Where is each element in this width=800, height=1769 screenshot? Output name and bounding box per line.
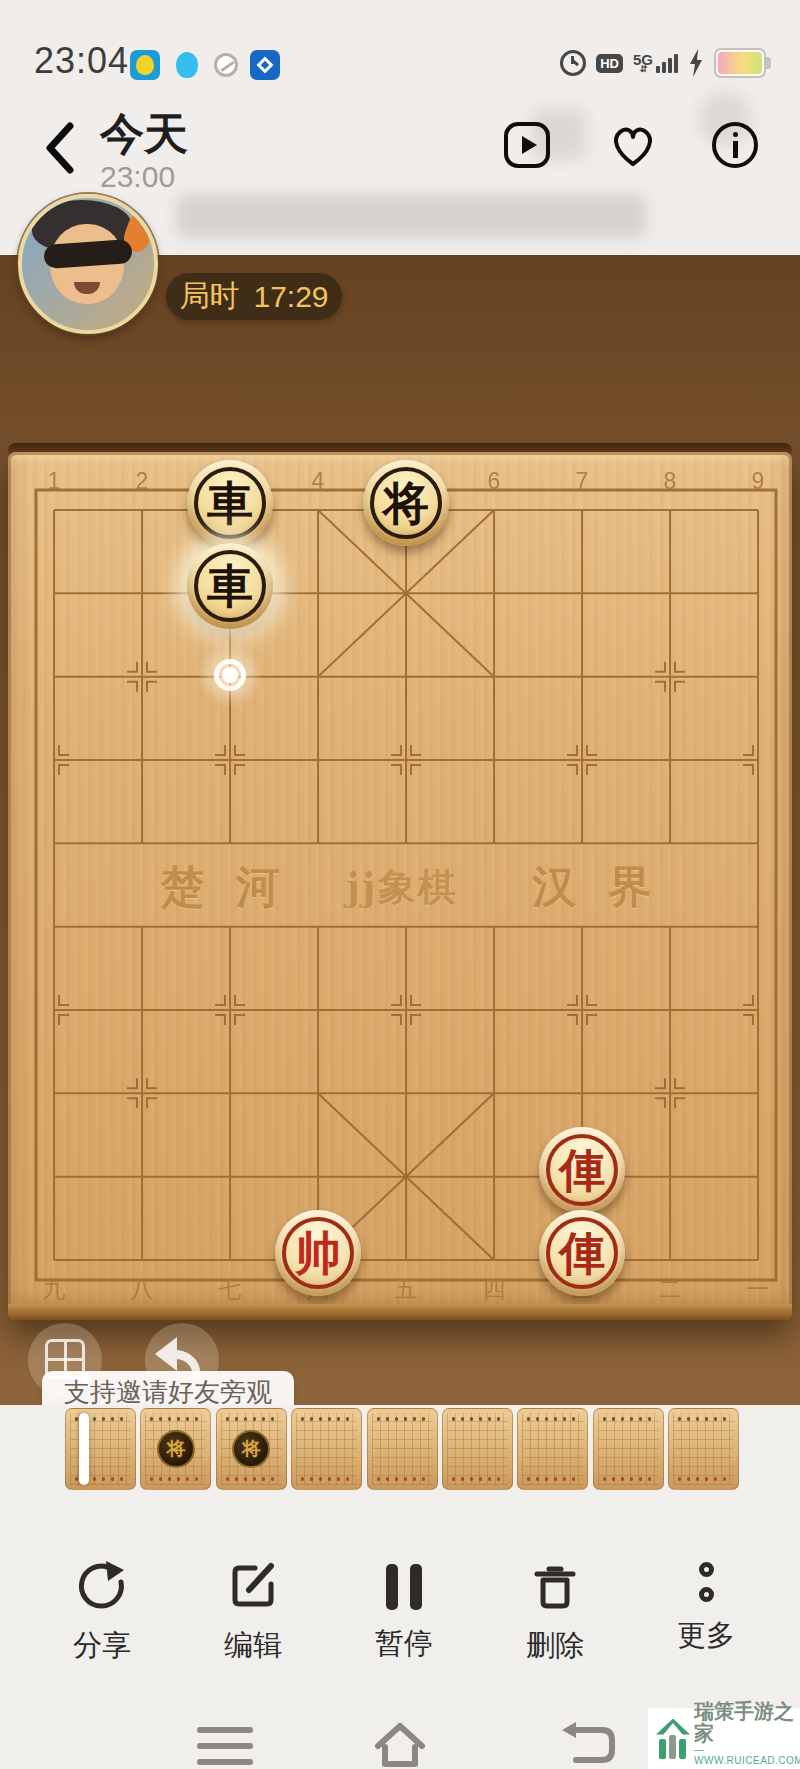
more-icon bbox=[699, 1562, 714, 1602]
status-time: 23:04 bbox=[34, 40, 129, 82]
piece-glyph: 帅 bbox=[295, 1230, 341, 1276]
penguin-app-icon bbox=[172, 50, 202, 80]
home-button[interactable] bbox=[370, 1720, 430, 1769]
info-button[interactable] bbox=[712, 122, 762, 172]
file-label-bottom-8: 八 bbox=[131, 1274, 154, 1305]
file-label-bottom-2: 二 bbox=[659, 1274, 682, 1305]
page-title: 今天 bbox=[100, 110, 188, 158]
clock-label: 局时 bbox=[179, 276, 239, 317]
file-label-bottom-9: 九 bbox=[43, 1274, 66, 1305]
file-label-bottom-1: 一 bbox=[747, 1274, 770, 1305]
play-icon bbox=[504, 122, 550, 168]
file-label-bottom-4: 四 bbox=[483, 1274, 506, 1305]
filmstrip-scrubber[interactable] bbox=[79, 1413, 89, 1485]
diamond-app-icon bbox=[250, 50, 280, 80]
signal-icon: 5G⇵ bbox=[633, 53, 678, 73]
delete-button[interactable]: 删除 bbox=[480, 1560, 630, 1670]
check-stamp: 将 bbox=[232, 1430, 270, 1468]
piece-glyph: 車 bbox=[207, 563, 253, 609]
back-button[interactable] bbox=[40, 120, 80, 176]
red-piece-帅[interactable]: 帅 bbox=[275, 1210, 361, 1296]
circle-app-icon bbox=[214, 53, 238, 77]
piece-glyph: 俥 bbox=[559, 1230, 605, 1276]
last-move-origin-marker bbox=[222, 667, 238, 683]
blurred-overlay-text bbox=[176, 194, 646, 238]
replay-thumbnail-7[interactable] bbox=[517, 1408, 588, 1490]
replay-thumbnail-9[interactable] bbox=[668, 1408, 739, 1490]
screen: 23:04 HD 5G⇵ 今天 23:00 bbox=[0, 0, 800, 1769]
favorite-button[interactable] bbox=[608, 122, 658, 172]
file-label-top-1: 1 bbox=[48, 468, 61, 495]
battery-icon bbox=[714, 48, 766, 78]
river-text-brand: jj象棋 bbox=[346, 862, 458, 913]
clock-time: 17:29 bbox=[253, 280, 328, 314]
black-piece-車[interactable]: 車 bbox=[187, 543, 273, 629]
replay-thumbnail-4[interactable] bbox=[291, 1408, 362, 1490]
site-watermark: 瑞策手游之家 —WWW.RUICEAD.COM— bbox=[648, 1708, 800, 1769]
file-label-bottom-7: 七 bbox=[219, 1274, 242, 1305]
replay-thumbnail-5[interactable] bbox=[367, 1408, 438, 1490]
red-piece-俥[interactable]: 俥 bbox=[539, 1127, 625, 1213]
replay-thumbnail-8[interactable] bbox=[593, 1408, 664, 1490]
recent-apps-button[interactable] bbox=[197, 1727, 253, 1765]
page-subtitle: 23:00 bbox=[100, 160, 188, 194]
check-stamp: 将 bbox=[157, 1430, 195, 1468]
system-back-button[interactable] bbox=[556, 1722, 618, 1768]
pause-icon bbox=[386, 1564, 422, 1610]
file-label-top-7: 7 bbox=[576, 468, 589, 495]
file-label-bottom-5: 五 bbox=[395, 1274, 418, 1305]
piece-glyph: 車 bbox=[207, 480, 253, 526]
share-button[interactable]: 分享 bbox=[27, 1560, 177, 1670]
game-clock: 局时 17:29 bbox=[166, 273, 342, 320]
bird-app-icon bbox=[130, 50, 160, 80]
watermark-house-icon bbox=[654, 1717, 694, 1761]
piece-glyph: 将 bbox=[383, 480, 429, 526]
status-icons: HD 5G⇵ bbox=[560, 48, 766, 78]
file-label-top-9: 9 bbox=[752, 468, 765, 495]
file-label-top-8: 8 bbox=[664, 468, 677, 495]
heart-icon bbox=[608, 122, 658, 170]
info-icon bbox=[712, 122, 758, 168]
replay-thumbnail-2[interactable]: 将 bbox=[140, 1408, 211, 1490]
file-label-top-4: 4 bbox=[312, 468, 325, 495]
xiangqi-board[interactable]: 123456789 九八七六五四三二一 楚 河 jj象棋 汉 界 車車将帅俥俥 bbox=[8, 452, 792, 1320]
replay-thumbnail-3[interactable]: 将 bbox=[216, 1408, 287, 1490]
alarm-icon bbox=[560, 50, 586, 76]
avatar[interactable] bbox=[18, 194, 158, 334]
edit-icon bbox=[227, 1560, 279, 1612]
charging-icon bbox=[688, 49, 704, 77]
edit-button[interactable]: 编辑 bbox=[178, 1560, 328, 1670]
black-piece-将[interactable]: 将 bbox=[363, 460, 449, 546]
river-text-right: 汉 界 bbox=[532, 858, 659, 917]
file-label-top-2: 2 bbox=[136, 468, 149, 495]
red-piece-俥[interactable]: 俥 bbox=[539, 1210, 625, 1296]
pause-button[interactable]: 暂停 bbox=[329, 1560, 479, 1670]
replay-thumbnail-1[interactable] bbox=[65, 1408, 136, 1490]
black-piece-車[interactable]: 車 bbox=[187, 460, 273, 546]
hd-icon: HD bbox=[596, 54, 623, 73]
bottom-file-labels: 九八七六五四三二一 bbox=[8, 1274, 792, 1302]
notification-icons bbox=[130, 50, 280, 80]
replay-thumbnail-6[interactable] bbox=[442, 1408, 513, 1490]
file-label-top-6: 6 bbox=[488, 468, 501, 495]
play-replay-button[interactable] bbox=[504, 122, 554, 172]
trash-icon bbox=[529, 1560, 581, 1612]
page-title-block: 今天 23:00 bbox=[100, 110, 188, 194]
watermark-title: 瑞策手游之家 bbox=[694, 1700, 800, 1744]
river-text-left: 楚 河 bbox=[160, 858, 287, 917]
share-icon bbox=[76, 1560, 128, 1612]
watermark-url: —WWW.RUICEAD.COM— bbox=[694, 1744, 800, 1769]
piece-glyph: 俥 bbox=[559, 1147, 605, 1193]
more-button[interactable]: 更多 bbox=[631, 1560, 781, 1670]
